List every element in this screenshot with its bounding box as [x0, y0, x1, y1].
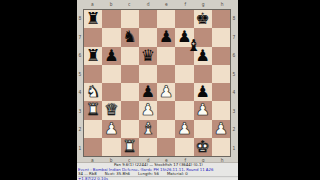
file-label-e: e	[161, 2, 171, 7]
square-b8[interactable]	[102, 10, 120, 28]
square-c3[interactable]	[121, 101, 139, 119]
square-f2[interactable]: ♟	[175, 120, 193, 138]
white-rook-a3: ♜	[86, 102, 100, 118]
rank-label-8: 8	[78, 13, 81, 23]
white-queen-b3: ♛	[104, 102, 118, 118]
rank-label-4: 4	[232, 87, 235, 97]
square-h7[interactable]	[212, 28, 230, 46]
square-h2[interactable]: ♟	[212, 120, 230, 138]
square-c5[interactable]	[121, 65, 139, 83]
rank-label-5: 5	[232, 69, 235, 79]
square-a7[interactable]	[84, 28, 102, 46]
black-rook-a8: ♜	[86, 11, 100, 27]
white-king-g1: ♚	[195, 139, 209, 155]
square-f7[interactable]: ♟	[175, 28, 193, 46]
square-e1[interactable]	[157, 138, 175, 156]
rank-label-4: 4	[78, 87, 81, 97]
file-label-b: b	[106, 2, 116, 7]
rank-label-7: 7	[232, 32, 235, 42]
moves-line: 34 ... Rb8 Next: 35.Bh6 Length: 56 Mater…	[78, 172, 238, 176]
square-g8[interactable]: ♚	[194, 10, 212, 28]
square-d2[interactable]: ♝	[139, 120, 157, 138]
rank-label-7: 7	[78, 32, 81, 42]
rank-label-1: 1	[232, 143, 235, 153]
square-a2[interactable]	[84, 120, 102, 138]
last-move-text: 34 ... Rb8	[78, 171, 97, 175]
square-c8[interactable]	[121, 10, 139, 28]
file-label-d: d	[143, 2, 153, 7]
black-king-g8: ♚	[195, 11, 209, 27]
rank-label-3: 3	[78, 106, 81, 116]
white-knight-a4: ♞	[86, 84, 100, 100]
square-f8[interactable]	[175, 10, 193, 28]
square-g7[interactable]	[194, 28, 212, 46]
square-c7[interactable]: ♞	[121, 28, 139, 46]
square-f3[interactable]	[175, 101, 193, 119]
square-d8[interactable]	[139, 10, 157, 28]
square-g3[interactable]: ♟	[194, 101, 212, 119]
rank-label-8: 8	[232, 13, 235, 23]
square-a1[interactable]	[84, 138, 102, 156]
square-d7[interactable]	[139, 28, 157, 46]
rank-label-6: 6	[232, 50, 235, 60]
square-b2[interactable]: ♟	[102, 120, 120, 138]
square-c6[interactable]	[121, 47, 139, 65]
square-f4[interactable]	[175, 83, 193, 101]
game-info-panel: Pan 9.6(1) (2244) — Stockfish 17 (3644) …	[77, 162, 238, 180]
white-bishop-d2: ♝	[141, 121, 155, 137]
square-f5[interactable]	[175, 65, 193, 83]
square-e8[interactable]	[157, 10, 175, 28]
rank-label-5: 5	[78, 69, 81, 79]
file-label-h: h	[217, 2, 227, 7]
white-pawn-g3: ♟	[195, 102, 209, 118]
white-pawn-d3: ♟	[141, 102, 155, 118]
black-pawn-d4: ♟	[141, 84, 155, 100]
file-label-a: a	[87, 2, 97, 7]
square-g1[interactable]: ♚	[194, 138, 212, 156]
square-a5[interactable]	[84, 65, 102, 83]
black-queen-d6: ♛	[141, 48, 155, 64]
white-pawn-e4: ♟	[159, 84, 173, 100]
square-c2[interactable]	[121, 120, 139, 138]
chess-board: ♜♚♞♟♟♜♟♛♝♟♞♟♟♟♜♛♟♟♟♝♟♟♜♚	[83, 9, 231, 157]
square-f1[interactable]	[175, 138, 193, 156]
black-pawn-e7: ♟	[159, 29, 173, 45]
engine-eval-line: +1.87/22 0.10s	[78, 177, 238, 180]
square-a3[interactable]: ♜	[84, 101, 102, 119]
square-a6[interactable]: ♜	[84, 47, 102, 65]
rank-label-1: 1	[78, 143, 81, 153]
square-b7[interactable]	[102, 28, 120, 46]
file-label-g: g	[198, 2, 208, 7]
square-e4[interactable]: ♟	[157, 83, 175, 101]
square-f6[interactable]: ♝	[175, 47, 193, 65]
square-h1[interactable]	[212, 138, 230, 156]
square-d3[interactable]: ♟	[139, 101, 157, 119]
rank-label-2: 2	[232, 124, 235, 134]
black-knight-c7: ♞	[122, 29, 136, 45]
rank-label-2: 2	[78, 124, 81, 134]
square-e5[interactable]	[157, 65, 175, 83]
rank-label-3: 3	[232, 106, 235, 116]
square-a4[interactable]: ♞	[84, 83, 102, 101]
square-e7[interactable]: ♟	[157, 28, 175, 46]
file-label-c: c	[124, 2, 134, 7]
rank-label-6: 6	[78, 50, 81, 60]
next-move-text: Next: 35.Bh6	[105, 171, 130, 175]
square-e2[interactable]	[157, 120, 175, 138]
file-label-f: f	[180, 2, 190, 7]
square-b1[interactable]	[102, 138, 120, 156]
square-g5[interactable]	[194, 65, 212, 83]
square-h3[interactable]	[212, 101, 230, 119]
length-text: Length: 56	[138, 171, 159, 175]
square-g2[interactable]	[194, 120, 212, 138]
square-h5[interactable]	[212, 65, 230, 83]
square-a8[interactable]: ♜	[84, 10, 102, 28]
square-c1[interactable]: ♜	[121, 138, 139, 156]
square-d1[interactable]	[139, 138, 157, 156]
black-pawn-f7: ♟	[177, 29, 191, 45]
black-pawn-g4: ♟	[195, 84, 209, 100]
white-rook-c1: ♜	[122, 139, 136, 155]
square-h4[interactable]	[212, 83, 230, 101]
square-d6[interactable]: ♛	[139, 47, 157, 65]
square-b5[interactable]	[102, 65, 120, 83]
square-e6[interactable]	[157, 47, 175, 65]
square-b4[interactable]	[102, 83, 120, 101]
square-g4[interactable]: ♟	[194, 83, 212, 101]
material-text: Material: 0	[167, 171, 188, 175]
square-h8[interactable]	[212, 10, 230, 28]
black-rook-a6: ♜	[86, 48, 100, 64]
white-pawn-b2: ♟	[104, 121, 118, 137]
square-g6[interactable]: ♟	[194, 47, 212, 65]
square-h6[interactable]	[212, 47, 230, 65]
file-labels-top: abcdefgh	[83, 0, 231, 9]
chess-diagram-panel: abcdefgh 87654321 ♜♚♞♟♟♜♟♛♝♟♞♟♟♟♜♛♟♟♟♝♟♟…	[77, 0, 238, 180]
rank-labels-right: 87654321	[231, 9, 237, 157]
square-b3[interactable]: ♛	[102, 101, 120, 119]
white-pawn-f2: ♟	[177, 121, 191, 137]
square-d5[interactable]	[139, 65, 157, 83]
square-c4[interactable]	[121, 83, 139, 101]
square-d4[interactable]: ♟	[139, 83, 157, 101]
white-pawn-h2: ♟	[214, 121, 228, 137]
square-b6[interactable]: ♟	[102, 47, 120, 65]
black-pawn-b6: ♟	[104, 48, 118, 64]
black-pawn-g6: ♟	[195, 48, 209, 64]
square-e3[interactable]	[157, 101, 175, 119]
